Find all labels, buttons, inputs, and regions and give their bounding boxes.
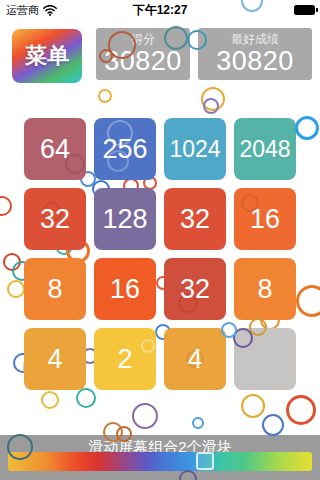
tile-8: 8: [234, 258, 296, 320]
tile-32: 32: [24, 188, 86, 250]
score-label: 得分: [131, 32, 155, 46]
battery-icon: [294, 5, 315, 15]
status-bar: 运营商 下午12:27: [0, 0, 320, 20]
score-value: 30820: [104, 46, 182, 76]
slider-thumb[interactable]: [196, 452, 214, 470]
best-score-label: 最好成绩: [231, 32, 279, 46]
tile-empty: [234, 328, 296, 390]
tile-16: 16: [94, 258, 156, 320]
tile-128: 128: [94, 188, 156, 250]
bubble: [7, 280, 25, 298]
score-box: 得分 30820: [96, 28, 190, 80]
menu-button-label: 菜单: [25, 41, 69, 71]
app-screen: 运营商 下午12:27 菜单 得分 30820 最好成绩 30820 64256…: [0, 0, 320, 480]
bubble: [0, 196, 12, 216]
tile-4: 4: [24, 328, 86, 390]
tile-16: 16: [234, 188, 296, 250]
tile-4: 4: [164, 328, 226, 390]
tile-1024: 1024: [164, 118, 226, 180]
tile-32: 32: [164, 258, 226, 320]
footer-bar: 滑动屏幕组合2个滑块: [0, 435, 320, 480]
tile-2048: 2048: [234, 118, 296, 180]
menu-button[interactable]: 菜单: [12, 29, 82, 83]
tile-256: 256: [94, 118, 156, 180]
best-score-value: 30820: [216, 46, 294, 76]
bubble: [296, 285, 320, 317]
tile-2: 2: [94, 328, 156, 390]
tile-64: 64: [24, 118, 86, 180]
tile-32: 32: [164, 188, 226, 250]
bubble: [3, 253, 21, 271]
best-score-box: 最好成绩 30820: [198, 28, 312, 80]
game-board[interactable]: 6425610242048321283216816328424: [24, 118, 296, 390]
rainbow-slider[interactable]: [8, 452, 312, 471]
tile-8: 8: [24, 258, 86, 320]
clock: 下午12:27: [0, 2, 320, 19]
